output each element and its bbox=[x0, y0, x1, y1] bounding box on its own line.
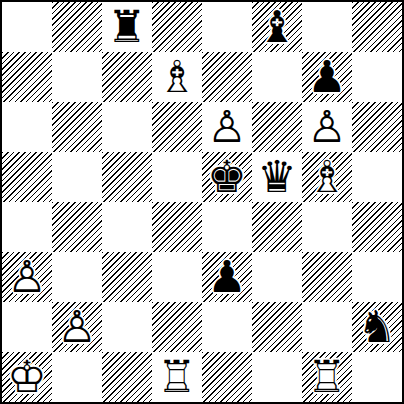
square-a5[interactable] bbox=[2, 152, 52, 202]
square-c1[interactable] bbox=[102, 352, 152, 402]
white-pawn-piece: ♙ bbox=[2, 252, 52, 302]
square-f1[interactable] bbox=[252, 352, 302, 402]
square-c4[interactable] bbox=[102, 202, 152, 252]
square-f4[interactable] bbox=[252, 202, 302, 252]
square-h7[interactable] bbox=[352, 52, 402, 102]
square-a8[interactable] bbox=[2, 2, 52, 52]
square-g2[interactable] bbox=[302, 302, 352, 352]
square-e4[interactable] bbox=[202, 202, 252, 252]
square-b8[interactable] bbox=[52, 2, 102, 52]
square-c2[interactable] bbox=[102, 302, 152, 352]
white-pawn-piece: ♙ bbox=[302, 102, 352, 152]
square-g5[interactable]: ♝♗ bbox=[302, 152, 352, 202]
square-d2[interactable] bbox=[152, 302, 202, 352]
square-c7[interactable] bbox=[102, 52, 152, 102]
square-h1[interactable] bbox=[352, 352, 402, 402]
square-g3[interactable] bbox=[302, 252, 352, 302]
square-g1[interactable]: ♜♖ bbox=[302, 352, 352, 402]
square-f3[interactable] bbox=[252, 252, 302, 302]
square-c8[interactable]: ♜♜ bbox=[102, 2, 152, 52]
white-king-piece: ♔ bbox=[2, 352, 52, 402]
square-h4[interactable] bbox=[352, 202, 402, 252]
square-b6[interactable] bbox=[52, 102, 102, 152]
white-bishop-piece: ♗ bbox=[302, 152, 352, 202]
black-king-piece: ♚ bbox=[202, 152, 252, 202]
white-rook-piece: ♖ bbox=[152, 352, 202, 402]
square-g7[interactable]: ♟♟ bbox=[302, 52, 352, 102]
square-f7[interactable] bbox=[252, 52, 302, 102]
square-d6[interactable] bbox=[152, 102, 202, 152]
white-bishop-piece: ♗ bbox=[152, 52, 202, 102]
square-e1[interactable] bbox=[202, 352, 252, 402]
square-b3[interactable] bbox=[52, 252, 102, 302]
square-e6[interactable]: ♟♙ bbox=[202, 102, 252, 152]
black-queen-piece: ♛ bbox=[252, 152, 302, 202]
square-e5[interactable]: ♚♚ bbox=[202, 152, 252, 202]
square-b4[interactable] bbox=[52, 202, 102, 252]
square-e3[interactable]: ♟♟ bbox=[202, 252, 252, 302]
square-a1[interactable]: ♚♔ bbox=[2, 352, 52, 402]
square-f5[interactable]: ♛♛ bbox=[252, 152, 302, 202]
white-rook-piece: ♖ bbox=[302, 352, 352, 402]
square-h2[interactable]: ♞♞ bbox=[352, 302, 402, 352]
square-h8[interactable] bbox=[352, 2, 402, 52]
square-g4[interactable] bbox=[302, 202, 352, 252]
square-f2[interactable] bbox=[252, 302, 302, 352]
square-a4[interactable] bbox=[2, 202, 52, 252]
black-knight-piece: ♞ bbox=[352, 302, 402, 352]
square-b1[interactable] bbox=[52, 352, 102, 402]
square-b2[interactable]: ♟♙ bbox=[52, 302, 102, 352]
square-e8[interactable] bbox=[202, 2, 252, 52]
square-h5[interactable] bbox=[352, 152, 402, 202]
square-d8[interactable] bbox=[152, 2, 202, 52]
square-d1[interactable]: ♜♖ bbox=[152, 352, 202, 402]
black-pawn-piece: ♟ bbox=[202, 252, 252, 302]
square-c6[interactable] bbox=[102, 102, 152, 152]
black-pawn-piece: ♟ bbox=[302, 52, 352, 102]
square-f8[interactable]: ♝♝ bbox=[252, 2, 302, 52]
square-e7[interactable] bbox=[202, 52, 252, 102]
square-a2[interactable] bbox=[2, 302, 52, 352]
black-rook-piece: ♜ bbox=[102, 2, 152, 52]
square-b7[interactable] bbox=[52, 52, 102, 102]
square-h6[interactable] bbox=[352, 102, 402, 152]
square-c3[interactable] bbox=[102, 252, 152, 302]
square-h3[interactable] bbox=[352, 252, 402, 302]
square-a7[interactable] bbox=[2, 52, 52, 102]
square-d3[interactable] bbox=[152, 252, 202, 302]
chess-board: ♜♜♝♝♝♗♟♟♟♙♟♙♚♚♛♛♝♗♟♙♟♟♟♙♞♞♚♔♜♖♜♖ bbox=[0, 0, 404, 404]
square-d5[interactable] bbox=[152, 152, 202, 202]
square-e2[interactable] bbox=[202, 302, 252, 352]
square-a3[interactable]: ♟♙ bbox=[2, 252, 52, 302]
square-g8[interactable] bbox=[302, 2, 352, 52]
square-d4[interactable] bbox=[152, 202, 202, 252]
square-b5[interactable] bbox=[52, 152, 102, 202]
square-g6[interactable]: ♟♙ bbox=[302, 102, 352, 152]
black-bishop-piece: ♝ bbox=[252, 2, 302, 52]
square-d7[interactable]: ♝♗ bbox=[152, 52, 202, 102]
white-pawn-piece: ♙ bbox=[52, 302, 102, 352]
square-a6[interactable] bbox=[2, 102, 52, 152]
white-pawn-piece: ♙ bbox=[202, 102, 252, 152]
square-c5[interactable] bbox=[102, 152, 152, 202]
square-f6[interactable] bbox=[252, 102, 302, 152]
